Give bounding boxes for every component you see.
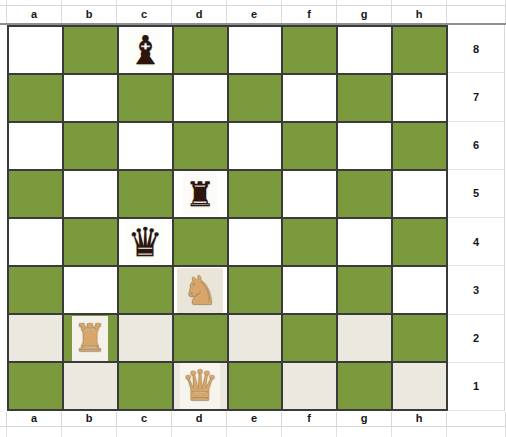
sheet-grid-cell (447, 427, 506, 437)
square-c1[interactable] (118, 362, 173, 410)
square-e3[interactable] (228, 266, 283, 314)
square-a3[interactable] (8, 266, 63, 314)
file-label-bottom-b: b (62, 412, 117, 426)
sheet-grid-cell (337, 0, 392, 5)
black-rook-icon: ♜ (185, 177, 215, 211)
rank-labels-right: 87654321 (448, 25, 505, 411)
sheet-grid-cell (172, 427, 227, 437)
file-label-top-f: f (282, 6, 337, 23)
square-f3[interactable] (282, 266, 337, 314)
file-label-bottom-f: f (282, 412, 337, 426)
square-f1[interactable] (282, 362, 337, 410)
white-queen-icon: ♛ (181, 365, 219, 407)
square-b6[interactable] (63, 122, 118, 170)
square-h4[interactable] (392, 218, 447, 266)
rank-label-3: 3 (448, 266, 504, 314)
square-a6[interactable] (8, 122, 63, 170)
rank-label-2: 2 (448, 315, 504, 363)
square-b3[interactable] (63, 266, 118, 314)
file-label-bottom-h: h (392, 412, 447, 426)
black-bishop-photo[interactable]: ♝ (127, 27, 163, 73)
square-f8[interactable] (282, 26, 337, 74)
file-label-top-e: e (227, 6, 282, 23)
square-f7[interactable] (282, 74, 337, 122)
file-label-bottom-a: a (7, 412, 62, 426)
sheet-grid-cell (7, 427, 62, 437)
file-label-top-c: c (117, 6, 172, 23)
square-h3[interactable] (392, 266, 447, 314)
square-c6[interactable] (118, 122, 173, 170)
square-h7[interactable] (392, 74, 447, 122)
file-label-top-a: a (7, 6, 62, 23)
square-h2[interactable] (392, 314, 447, 362)
square-h8[interactable] (392, 26, 447, 74)
square-d3[interactable]: ♞ (173, 266, 228, 314)
file-label-top-h: h (392, 6, 447, 23)
sheet-grid-cell (62, 427, 117, 437)
square-e4[interactable] (228, 218, 283, 266)
square-f6[interactable] (282, 122, 337, 170)
square-e5[interactable] (228, 170, 283, 218)
square-d8[interactable] (173, 26, 228, 74)
square-d5[interactable]: ♜ (173, 170, 228, 218)
sheet-grid-cell (117, 0, 172, 5)
sheet-corner-cell (447, 412, 506, 426)
square-h1[interactable] (392, 362, 447, 410)
sheet-grid-cell (0, 427, 7, 437)
square-e7[interactable] (228, 74, 283, 122)
white-rook-icon: ♜ (73, 319, 107, 357)
square-e8[interactable] (228, 26, 283, 74)
square-g6[interactable] (337, 122, 392, 170)
square-b8[interactable] (63, 26, 118, 74)
file-label-top-d: d (172, 6, 227, 23)
file-label-bottom-e: e (227, 412, 282, 426)
square-a5[interactable] (8, 170, 63, 218)
square-g8[interactable] (337, 26, 392, 74)
sheet-grid-strip-bottom (0, 426, 506, 437)
sheet-grid-cell (117, 427, 172, 437)
square-g4[interactable] (337, 218, 392, 266)
black-queen-photo[interactable]: ♛ (126, 219, 164, 265)
white-rook-photo[interactable]: ♜ (72, 316, 108, 361)
sheet-grid-cell (392, 0, 447, 5)
black-queen-icon: ♛ (127, 222, 163, 262)
rank-label-7: 7 (448, 73, 504, 121)
square-d6[interactable] (173, 122, 228, 170)
sheet-grid-cell (62, 0, 117, 5)
square-c2[interactable] (118, 314, 173, 362)
square-f2[interactable] (282, 314, 337, 362)
rank-label-4: 4 (448, 218, 504, 266)
sheet-grid-cell (227, 427, 282, 437)
black-bishop-icon: ♝ (127, 30, 163, 70)
square-c8[interactable]: ♝ (118, 26, 173, 74)
sheet-grid-cell (282, 0, 337, 5)
square-e1[interactable] (228, 362, 283, 410)
white-queen-photo[interactable]: ♛ (180, 363, 220, 409)
rank-label-6: 6 (448, 122, 504, 170)
square-f4[interactable] (282, 218, 337, 266)
square-h6[interactable] (392, 122, 447, 170)
square-c7[interactable] (118, 74, 173, 122)
sheet-grid-cell (392, 427, 447, 437)
square-b2[interactable]: ♜ (63, 314, 118, 362)
square-b4[interactable] (63, 218, 118, 266)
square-d4[interactable] (173, 218, 228, 266)
file-labels-top: abcdefgh (0, 6, 506, 25)
sheet-grid-cell (7, 0, 62, 5)
rank-label-8: 8 (448, 25, 504, 73)
rank-label-1: 1 (448, 363, 504, 411)
square-g1[interactable] (337, 362, 392, 410)
sheet-grid-cell (0, 0, 7, 5)
square-g7[interactable] (337, 74, 392, 122)
rank-label-5: 5 (448, 170, 504, 218)
file-label-top-g: g (337, 6, 392, 23)
file-label-bottom-g: g (337, 412, 392, 426)
sheet-grid-cell (282, 427, 337, 437)
square-e2[interactable] (228, 314, 283, 362)
square-a8[interactable] (8, 26, 63, 74)
square-g5[interactable] (337, 170, 392, 218)
square-b5[interactable] (63, 170, 118, 218)
square-b1[interactable] (63, 362, 118, 410)
sheet-margin-cell (0, 6, 7, 23)
white-knight-icon: ♞ (182, 270, 218, 310)
square-c5[interactable] (118, 170, 173, 218)
sheet-grid-cell (227, 0, 282, 5)
sheet-grid-cell (172, 0, 227, 5)
square-h5[interactable] (392, 170, 447, 218)
square-a7[interactable] (8, 74, 63, 122)
file-labels-bottom: abcdefgh (0, 412, 506, 426)
square-a2[interactable] (8, 314, 63, 362)
file-label-bottom-c: c (117, 412, 172, 426)
sheet-grid-cell (447, 0, 506, 5)
sheet-grid-cell (337, 427, 392, 437)
file-label-bottom-d: d (172, 412, 227, 426)
square-e6[interactable] (228, 122, 283, 170)
square-c4[interactable]: ♛ (118, 218, 173, 266)
square-a1[interactable] (8, 362, 63, 410)
square-g3[interactable] (337, 266, 392, 314)
file-label-top-b: b (62, 6, 117, 23)
square-b7[interactable] (63, 74, 118, 122)
square-g2[interactable] (337, 314, 392, 362)
square-d1[interactable]: ♛ (173, 362, 228, 410)
square-d2[interactable] (173, 314, 228, 362)
square-f5[interactable] (282, 170, 337, 218)
square-c3[interactable] (118, 266, 173, 314)
chess-board: ♝♜♛♞♜♛ (7, 25, 448, 411)
sheet-margin-cell (0, 412, 7, 426)
square-d7[interactable] (173, 74, 228, 122)
square-a4[interactable] (8, 218, 63, 266)
black-rook-photo[interactable]: ♜ (183, 173, 217, 215)
spreadsheet-background: abcdefgh ♝♜♛♞♜♛ 87654321 abcdefgh (0, 0, 506, 437)
white-knight-photo[interactable]: ♞ (177, 268, 223, 313)
sheet-corner-cell (447, 6, 506, 23)
